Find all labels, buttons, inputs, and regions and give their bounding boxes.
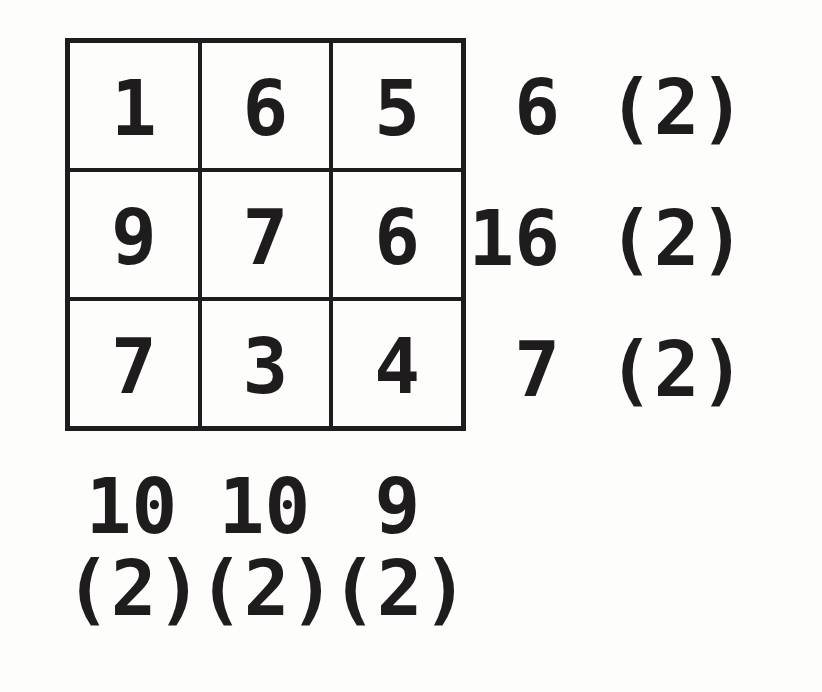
cell-r3c2[interactable]: 3 xyxy=(202,301,330,426)
row-1-target-sum: 6 xyxy=(468,70,560,146)
cell-r2c2[interactable]: 7 xyxy=(202,172,330,297)
cell-r1c3[interactable]: 5 xyxy=(333,43,461,168)
cell-r3c1[interactable]: 7 xyxy=(70,301,198,426)
row-2-pick-count: (2) xyxy=(608,201,745,277)
cell-r1c1[interactable]: 1 xyxy=(70,43,198,168)
cell-r2c1[interactable]: 9 xyxy=(70,172,198,297)
puzzle-diagram: 1 6 5 9 7 6 7 3 4 6 (2) 16 (2) 7 (2) 10 … xyxy=(0,0,822,692)
column-3-target: 9 (2) xyxy=(331,466,464,630)
column-3-pick-count: (2) xyxy=(331,548,464,630)
row-3-target: 7 (2) xyxy=(468,304,818,435)
row-1-target: 6 (2) xyxy=(468,42,818,173)
column-1-target: 10 (2) xyxy=(65,466,198,630)
cell-r1c2[interactable]: 6 xyxy=(202,43,330,168)
column-2-target: 10 (2) xyxy=(198,466,331,630)
column-1-target-sum: 10 xyxy=(65,466,198,548)
column-1-pick-count: (2) xyxy=(65,548,198,630)
row-2-target: 16 (2) xyxy=(468,173,818,304)
row-3-target-sum: 7 xyxy=(468,332,560,408)
row-3-pick-count: (2) xyxy=(608,332,745,408)
cell-r2c3[interactable]: 6 xyxy=(333,172,461,297)
row-2-target-sum: 16 xyxy=(468,201,560,277)
column-2-pick-count: (2) xyxy=(198,548,331,630)
column-2-target-sum: 10 xyxy=(198,466,331,548)
column-targets: 10 (2) 10 (2) 9 (2) xyxy=(65,466,464,630)
sum-puzzle-board: 1 6 5 9 7 6 7 3 4 xyxy=(65,38,466,431)
column-3-target-sum: 9 xyxy=(331,466,464,548)
row-1-pick-count: (2) xyxy=(608,70,745,146)
cell-r3c3[interactable]: 4 xyxy=(333,301,461,426)
